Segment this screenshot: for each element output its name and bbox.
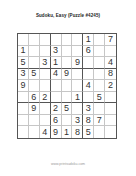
sudoku-cell-r3c4: 1 (51, 57, 62, 69)
sudoku-cell-r7c2: 9 (29, 103, 40, 115)
sudoku-cell-r2c7: 6 (83, 46, 94, 58)
sudoku-cell-r1c4 (51, 34, 62, 46)
sudoku-cell-r4c6 (72, 69, 83, 81)
footer-url: www.printsudoku.com (0, 162, 136, 166)
sudoku-cell-r4c1: 3 (18, 69, 29, 81)
sudoku-cell-r6c5 (62, 92, 73, 104)
sudoku-cell-r6c9 (105, 92, 116, 104)
sudoku-cell-r1c3 (40, 34, 51, 46)
sudoku-cell-r7c8 (94, 103, 105, 115)
sudoku-cell-r4c2: 5 (29, 69, 40, 81)
sudoku-cell-r9c9 (105, 126, 116, 138)
sudoku-cell-r2c8 (94, 46, 105, 58)
sudoku-cell-r3c7 (83, 57, 94, 69)
sudoku-cell-r7c6 (72, 103, 83, 115)
sudoku-cell-r5c9: 2 (105, 80, 116, 92)
sudoku-cell-r9c1 (18, 126, 29, 138)
sudoku-cell-r4c7 (83, 69, 94, 81)
sudoku-cell-r3c8 (94, 57, 105, 69)
sudoku-cell-r6c2: 6 (29, 92, 40, 104)
sudoku-cell-r3c1: 5 (18, 57, 29, 69)
sudoku-page: Sudoku, Easy (Puzzle #4245) 171365319435… (0, 0, 136, 176)
sudoku-cell-r2c9 (105, 46, 116, 58)
sudoku-cell-r1c6 (72, 34, 83, 46)
sudoku-cell-r5c1: 9 (18, 80, 29, 92)
sudoku-cell-r7c9 (105, 103, 116, 115)
sudoku-cell-r1c9: 7 (105, 34, 116, 46)
sudoku-cell-r8c2 (29, 115, 40, 127)
sudoku-cell-r4c9: 8 (105, 69, 116, 81)
sudoku-cell-r3c9: 4 (105, 57, 116, 69)
page-title: Sudoku, Easy (Puzzle #4245) (0, 13, 136, 18)
sudoku-cell-r2c3 (40, 46, 51, 58)
sudoku-cell-r7c4: 2 (51, 103, 62, 115)
sudoku-cell-r1c8 (94, 34, 105, 46)
sudoku-cell-r7c3 (40, 103, 51, 115)
sudoku-cell-r7c7: 3 (83, 103, 94, 115)
sudoku-cell-r8c9 (105, 115, 116, 127)
sudoku-cell-r4c4: 4 (51, 69, 62, 81)
sudoku-cell-r8c3 (40, 115, 51, 127)
sudoku-cell-r7c5: 5 (62, 103, 73, 115)
sudoku-cell-r3c6: 9 (72, 57, 83, 69)
sudoku-cell-r5c3 (40, 80, 51, 92)
sudoku-cell-r6c7 (83, 92, 94, 104)
sudoku-cell-r6c3: 2 (40, 92, 51, 104)
sudoku-cell-r5c8 (94, 80, 105, 92)
sudoku-cell-r2c6 (72, 46, 83, 58)
sudoku-cell-r3c2 (29, 57, 40, 69)
sudoku-cell-r4c3 (40, 69, 51, 81)
sudoku-cell-r8c4: 6 (51, 115, 62, 127)
sudoku-cell-r6c6: 1 (72, 92, 83, 104)
sudoku-cell-r1c5 (62, 34, 73, 46)
sudoku-cell-r6c8: 5 (94, 92, 105, 104)
sudoku-cell-r8c6: 3 (72, 115, 83, 127)
sudoku-cell-r4c5: 9 (62, 69, 73, 81)
sudoku-cell-r5c2 (29, 80, 40, 92)
sudoku-cell-r2c5 (62, 46, 73, 58)
sudoku-cell-r6c4 (51, 92, 62, 104)
sudoku-cell-r6c1 (18, 92, 29, 104)
sudoku-cell-r9c8 (94, 126, 105, 138)
sudoku-cell-r3c5 (62, 57, 73, 69)
sudoku-cell-r5c4 (51, 80, 62, 92)
sudoku-cell-r2c2 (29, 46, 40, 58)
sudoku-cell-r8c5 (62, 115, 73, 127)
sudoku-cell-r9c2 (29, 126, 40, 138)
sudoku-cell-r9c6: 8 (72, 126, 83, 138)
sudoku-cell-r1c1 (18, 34, 29, 46)
sudoku-cell-r5c6 (72, 80, 83, 92)
sudoku-cell-r3c3: 3 (40, 57, 51, 69)
sudoku-cell-r8c7: 8 (83, 115, 94, 127)
sudoku-cell-r2c4: 3 (51, 46, 62, 58)
sudoku-grid: 17136531943549894262159253638749185 (17, 33, 117, 139)
sudoku-cell-r9c3: 4 (40, 126, 51, 138)
sudoku-cell-r4c8 (94, 69, 105, 81)
sudoku-cell-r9c7: 5 (83, 126, 94, 138)
sudoku-cell-r2c1: 1 (18, 46, 29, 58)
sudoku-cell-r8c8: 7 (94, 115, 105, 127)
sudoku-cell-r8c1 (18, 115, 29, 127)
sudoku-cell-r9c5: 1 (62, 126, 73, 138)
sudoku-cell-r1c2 (29, 34, 40, 46)
sudoku-cell-r1c7: 1 (83, 34, 94, 46)
sudoku-cell-r7c1 (18, 103, 29, 115)
sudoku-cell-r9c4: 9 (51, 126, 62, 138)
sudoku-cell-r5c5 (62, 80, 73, 92)
sudoku-cell-r5c7: 4 (83, 80, 94, 92)
